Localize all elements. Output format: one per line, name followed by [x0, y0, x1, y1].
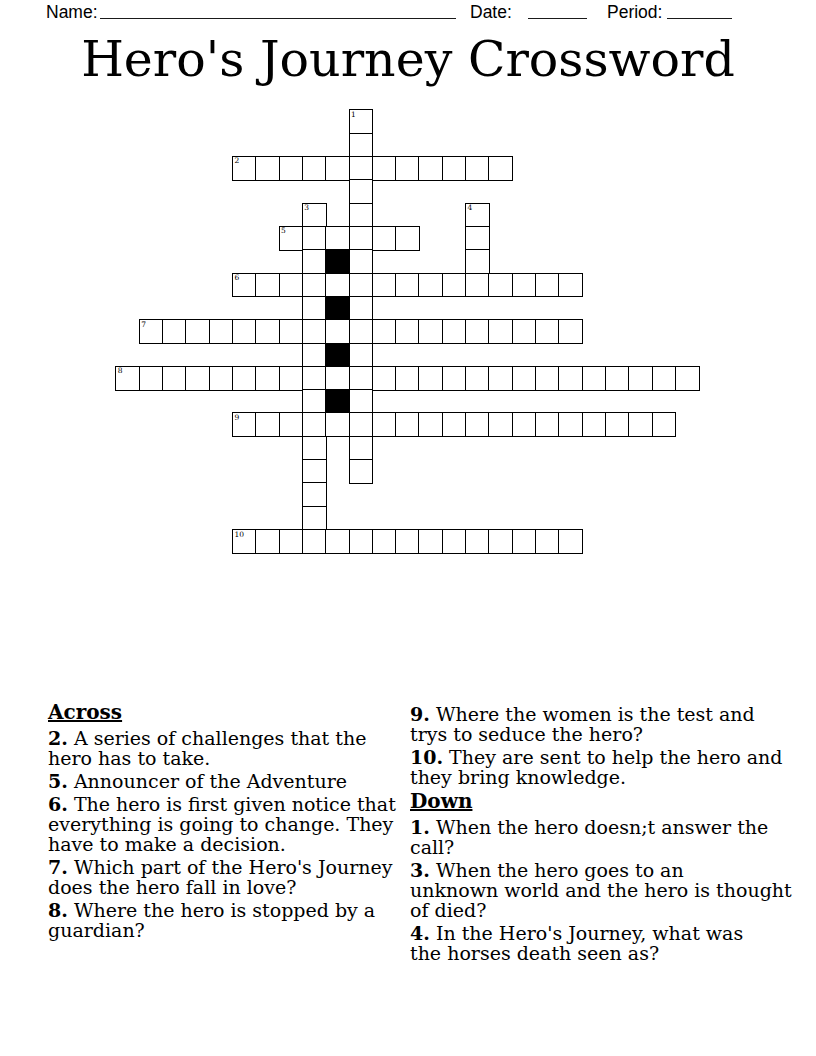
cell-r9c4[interactable]: [209, 319, 234, 344]
date-label: Date:: [470, 2, 512, 22]
cell-r9c12[interactable]: [395, 319, 420, 344]
cell-r11c11[interactable]: [372, 366, 397, 391]
clue-number: 6.: [48, 793, 68, 815]
cell-r13c9[interactable]: [325, 412, 350, 437]
cell-r13c10[interactable]: [349, 412, 374, 437]
cell-r11c7[interactable]: [279, 366, 304, 391]
cell-r10c8[interactable]: [302, 343, 327, 368]
cell-r2c13[interactable]: [418, 156, 443, 181]
block-r6c9: [325, 249, 350, 274]
cell-r17c8[interactable]: [302, 506, 327, 531]
clue-number: 4.: [410, 922, 430, 944]
cell-r18c19[interactable]: [558, 529, 583, 554]
cell-r9c3[interactable]: [185, 319, 210, 344]
clue-across-2: 2. A series of challenges that the hero …: [48, 728, 418, 768]
cell-r13c7[interactable]: [279, 412, 304, 437]
cell-r4c10[interactable]: [349, 203, 374, 228]
cell-r13c11[interactable]: [372, 412, 397, 437]
cell-r9c1[interactable]: 7: [139, 319, 164, 344]
cell-r13c5[interactable]: 9: [232, 412, 257, 437]
cell-r14c10[interactable]: [349, 436, 374, 461]
cell-r7c16[interactable]: [488, 273, 513, 298]
cell-r12c8[interactable]: [302, 389, 327, 414]
cell-r7c10[interactable]: [349, 273, 374, 298]
page-title: Hero's Journey Crossword: [0, 31, 816, 89]
cell-r7c8[interactable]: [302, 273, 327, 298]
cell-r13c14[interactable]: [442, 412, 467, 437]
clue-text: When the hero doesn;t answer the call?: [410, 816, 768, 858]
cell-number-3: 3: [304, 204, 309, 212]
cell-r18c9[interactable]: [325, 529, 350, 554]
clue-number: 1.: [410, 816, 430, 838]
cell-r11c1[interactable]: [139, 366, 164, 391]
cell-r11c17[interactable]: [512, 366, 537, 391]
block-r12c9: [325, 389, 350, 414]
cell-r11c3[interactable]: [185, 366, 210, 391]
down-heading: Down: [410, 790, 802, 812]
cell-r7c7[interactable]: [279, 273, 304, 298]
cell-number-8: 8: [118, 367, 123, 375]
cell-r13c20[interactable]: [582, 412, 607, 437]
cell-r9c17[interactable]: [512, 319, 537, 344]
cell-r15c10[interactable]: [349, 459, 374, 484]
clue-number: 8.: [48, 899, 68, 921]
cell-r7c11[interactable]: [372, 273, 397, 298]
cell-r5c8[interactable]: [302, 226, 327, 251]
cell-r9c18[interactable]: [535, 319, 560, 344]
down-clue-list: 1. When the hero doesn;t answer the call…: [410, 817, 802, 963]
cell-r7c6[interactable]: [255, 273, 280, 298]
cell-r11c9[interactable]: [325, 366, 350, 391]
cell-r9c13[interactable]: [418, 319, 443, 344]
cell-r9c16[interactable]: [488, 319, 513, 344]
cell-number-9: 9: [234, 414, 239, 422]
clue-number: 2.: [48, 727, 68, 749]
cell-r5c9[interactable]: [325, 226, 350, 251]
cell-r1c10[interactable]: [349, 133, 374, 158]
name-blank-line[interactable]: [100, 1, 456, 19]
cell-r9c5[interactable]: [232, 319, 257, 344]
cell-r18c6[interactable]: [255, 529, 280, 554]
cell-r5c7[interactable]: 5: [279, 226, 304, 251]
cell-r5c15[interactable]: [465, 226, 490, 251]
clue-text: Where the hero is stopped by a guardian?: [48, 899, 375, 941]
cell-r6c8[interactable]: [302, 249, 327, 274]
cell-number-4: 4: [468, 204, 473, 212]
cell-r2c11[interactable]: [372, 156, 397, 181]
cell-r2c9[interactable]: [325, 156, 350, 181]
cell-r5c12[interactable]: [395, 226, 420, 251]
clue-number: 10.: [410, 746, 443, 768]
cell-r7c12[interactable]: [395, 273, 420, 298]
cell-r18c16[interactable]: [488, 529, 513, 554]
cell-r11c6[interactable]: [255, 366, 280, 391]
cell-r13c12[interactable]: [395, 412, 420, 437]
cell-r0c10[interactable]: 1: [349, 109, 374, 134]
cell-r11c14[interactable]: [442, 366, 467, 391]
across-heading: Across: [48, 701, 418, 723]
cell-r7c5[interactable]: 6: [232, 273, 257, 298]
clues-left-column: Across 2. A series of challenges that th…: [48, 701, 418, 943]
cell-r11c18[interactable]: [535, 366, 560, 391]
clues-right-column: 9. Where the women is the test and trys …: [410, 704, 802, 966]
cell-r6c10[interactable]: [349, 249, 374, 274]
cell-r4c8[interactable]: 3: [302, 203, 327, 228]
cell-r18c5[interactable]: 10: [232, 529, 257, 554]
cell-r11c19[interactable]: [558, 366, 583, 391]
cell-r13c8[interactable]: [302, 412, 327, 437]
cell-r11c20[interactable]: [582, 366, 607, 391]
cell-r18c17[interactable]: [512, 529, 537, 554]
cell-r9c8[interactable]: [302, 319, 327, 344]
cell-r14c8[interactable]: [302, 436, 327, 461]
cell-r2c14[interactable]: [442, 156, 467, 181]
cell-r10c10[interactable]: [349, 343, 374, 368]
cell-r11c23[interactable]: [652, 366, 677, 391]
cell-r8c10[interactable]: [349, 296, 374, 321]
date-blank-line[interactable]: [528, 1, 587, 19]
cell-r18c14[interactable]: [442, 529, 467, 554]
cell-r7c15[interactable]: [465, 273, 490, 298]
across-clue-list-continued: 9. Where the women is the test and trys …: [410, 704, 802, 787]
clue-down-1: 1. When the hero doesn;t answer the call…: [410, 817, 802, 857]
cell-r18c10[interactable]: [349, 529, 374, 554]
cell-r7c17[interactable]: [512, 273, 537, 298]
cell-r18c18[interactable]: [535, 529, 560, 554]
clue-across-7: 7. Which part of the Hero's Journey does…: [48, 857, 418, 897]
clue-text: They are sent to help the hero and they …: [410, 746, 782, 788]
cell-r9c6[interactable]: [255, 319, 280, 344]
cell-r9c10[interactable]: [349, 319, 374, 344]
cell-r11c15[interactable]: [465, 366, 490, 391]
cell-r6c15[interactable]: [465, 249, 490, 274]
clue-across-6: 6. The hero is first given notice that e…: [48, 794, 418, 854]
cell-r13c16[interactable]: [488, 412, 513, 437]
cell-r13c22[interactable]: [628, 412, 653, 437]
block-r8c9: [325, 296, 350, 321]
cell-r9c14[interactable]: [442, 319, 467, 344]
clue-number: 9.: [410, 703, 430, 725]
cell-r9c9[interactable]: [325, 319, 350, 344]
cell-r9c15[interactable]: [465, 319, 490, 344]
clue-across-10: 10. They are sent to help the hero and t…: [410, 747, 802, 787]
cell-r18c13[interactable]: [418, 529, 443, 554]
cell-number-2: 2: [234, 157, 239, 165]
name-label: Name:: [46, 2, 98, 22]
clue-down-3: 3. When the hero goes to an unknown worl…: [410, 860, 802, 920]
cell-r7c14[interactable]: [442, 273, 467, 298]
cell-r13c23[interactable]: [652, 412, 677, 437]
across-clue-list: 2. A series of challenges that the hero …: [48, 728, 418, 940]
clue-across-5: 5. Announcer of the Adventure: [48, 771, 418, 791]
cell-r11c4[interactable]: [209, 366, 234, 391]
cell-r9c7[interactable]: [279, 319, 304, 344]
cell-r13c13[interactable]: [418, 412, 443, 437]
cell-r11c2[interactable]: [162, 366, 187, 391]
cell-number-10: 10: [234, 531, 244, 539]
clue-text: A series of challenges that the hero has…: [48, 727, 366, 769]
cell-r16c8[interactable]: [302, 482, 327, 507]
cell-r7c9[interactable]: [325, 273, 350, 298]
clue-text: The hero is first given notice that ever…: [48, 793, 396, 855]
cell-r11c13[interactable]: [418, 366, 443, 391]
clue-text: Which part of the Hero's Journey does th…: [48, 856, 393, 898]
cell-r9c11[interactable]: [372, 319, 397, 344]
cell-r13c18[interactable]: [535, 412, 560, 437]
block-r10c9: [325, 343, 350, 368]
crossword-grid: 12345678910: [116, 110, 700, 554]
cell-r2c12[interactable]: [395, 156, 420, 181]
cell-r18c12[interactable]: [395, 529, 420, 554]
cell-r18c15[interactable]: [465, 529, 490, 554]
cell-r2c10[interactable]: [349, 156, 374, 181]
cell-r4c15[interactable]: 4: [465, 203, 490, 228]
clue-number: 3.: [410, 859, 430, 881]
cell-r11c8[interactable]: [302, 366, 327, 391]
clue-across-9: 9. Where the women is the test and trys …: [410, 704, 802, 744]
cell-r7c18[interactable]: [535, 273, 560, 298]
worksheet-page: Name: Date: Period: Hero's Journey Cross…: [0, 0, 816, 1056]
clue-number: 7.: [48, 856, 68, 878]
cell-r11c0[interactable]: 8: [115, 366, 140, 391]
cell-r13c6[interactable]: [255, 412, 280, 437]
cell-r13c15[interactable]: [465, 412, 490, 437]
cell-r15c8[interactable]: [302, 459, 327, 484]
cell-r7c13[interactable]: [418, 273, 443, 298]
cell-r13c17[interactable]: [512, 412, 537, 437]
cell-r2c8[interactable]: [302, 156, 327, 181]
cell-r18c8[interactable]: [302, 529, 327, 554]
clue-text: Where the women is the test and trys to …: [410, 703, 755, 745]
cell-r2c15[interactable]: [465, 156, 490, 181]
cell-r18c11[interactable]: [372, 529, 397, 554]
cell-r11c16[interactable]: [488, 366, 513, 391]
period-label: Period:: [607, 2, 662, 22]
cell-r12c10[interactable]: [349, 389, 374, 414]
cell-r9c2[interactable]: [162, 319, 187, 344]
cell-r11c10[interactable]: [349, 366, 374, 391]
cell-r11c24[interactable]: [675, 366, 700, 391]
cell-r11c21[interactable]: [605, 366, 630, 391]
cell-r11c12[interactable]: [395, 366, 420, 391]
period-blank-line[interactable]: [667, 1, 732, 19]
clue-text: In the Hero's Journey, what was the hors…: [410, 922, 743, 964]
cell-r13c19[interactable]: [558, 412, 583, 437]
cell-number-7: 7: [141, 321, 146, 329]
clue-number: 5.: [48, 770, 68, 792]
cell-r2c16[interactable]: [488, 156, 513, 181]
clue-across-8: 8. Where the hero is stopped by a guardi…: [48, 900, 418, 940]
cell-r7c19[interactable]: [558, 273, 583, 298]
cell-r3c10[interactable]: [349, 179, 374, 204]
cell-r2c7[interactable]: [279, 156, 304, 181]
cell-number-5: 5: [281, 227, 286, 235]
cell-r9c19[interactable]: [558, 319, 583, 344]
cell-number-1: 1: [351, 111, 356, 119]
cell-r18c7[interactable]: [279, 529, 304, 554]
clue-text: Announcer of the Adventure: [74, 770, 347, 792]
cell-r2c5[interactable]: 2: [232, 156, 257, 181]
clue-text: When the hero goes to an unknown world a…: [410, 859, 792, 921]
cell-r13c21[interactable]: [605, 412, 630, 437]
cell-number-6: 6: [234, 274, 239, 282]
cell-r11c22[interactable]: [628, 366, 653, 391]
clue-down-4: 4. In the Hero's Journey, what was the h…: [410, 923, 802, 963]
cell-r11c5[interactable]: [232, 366, 257, 391]
cell-r8c8[interactable]: [302, 296, 327, 321]
cell-r5c11[interactable]: [372, 226, 397, 251]
cell-r5c10[interactable]: [349, 226, 374, 251]
cell-r2c6[interactable]: [255, 156, 280, 181]
